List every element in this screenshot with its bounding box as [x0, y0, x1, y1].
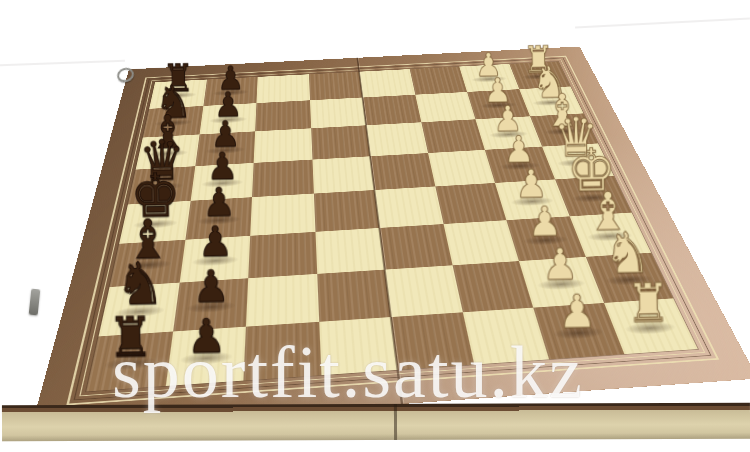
pawn-icon: ♟ — [187, 313, 227, 361]
square-b6[interactable] — [255, 100, 311, 131]
square-e3[interactable] — [435, 183, 506, 224]
square-b3[interactable] — [415, 92, 476, 123]
square-h6[interactable] — [243, 321, 320, 380]
square-g6[interactable] — [246, 274, 319, 326]
square-d6[interactable] — [252, 159, 313, 197]
square-h5[interactable] — [319, 317, 398, 376]
square-c5[interactable] — [311, 125, 370, 159]
square-b5[interactable] — [310, 97, 366, 128]
pawn-icon: ♟ — [193, 264, 231, 309]
pawn-icon: ♟ — [198, 221, 233, 263]
rook-icon: ♜ — [626, 277, 671, 331]
square-c4[interactable] — [366, 122, 428, 156]
photo-canvas: ♜♞♝♛♚♝♞♜♟♟♟♟♟♟♟♟♟♟♟♟♟♟♟♟♜♞♝♛♚♝♞♜ sportfi… — [0, 0, 750, 452]
square-f4[interactable] — [379, 224, 452, 270]
square-e5[interactable] — [313, 190, 379, 232]
square-d5[interactable] — [312, 156, 374, 194]
pawn-icon: ♟ — [527, 201, 562, 242]
square-c6[interactable] — [254, 128, 312, 162]
pawn-icon: ♟ — [541, 242, 578, 286]
square-a5[interactable] — [309, 72, 363, 100]
square-d3[interactable] — [428, 150, 495, 187]
pawn-icon: ♟ — [202, 182, 236, 222]
square-a3[interactable] — [409, 67, 467, 95]
square-g5[interactable] — [317, 270, 391, 322]
rook-icon: ♜ — [107, 310, 153, 365]
square-a6[interactable] — [256, 74, 309, 103]
square-e4[interactable] — [374, 186, 443, 227]
square-c3[interactable] — [421, 119, 485, 152]
board-tilt-wrapper: ♜♞♝♛♚♝♞♜♟♟♟♟♟♟♟♟♟♟♟♟♟♟♟♟♜♞♝♛♚♝♞♜ — [0, 0, 750, 452]
square-b4[interactable] — [362, 95, 421, 126]
square-h4[interactable] — [391, 312, 474, 370]
board-3d-scene: ♜♞♝♛♚♝♞♜♟♟♟♟♟♟♟♟♟♟♟♟♟♟♟♟♜♞♝♛♚♝♞♜ — [0, 0, 750, 452]
square-f6[interactable] — [248, 232, 317, 279]
square-f5[interactable] — [315, 228, 385, 274]
square-a4[interactable] — [359, 69, 415, 97]
square-e6[interactable] — [250, 194, 315, 236]
chess-board: ♜♞♝♛♚♝♞♜♟♟♟♟♟♟♟♟♟♟♟♟♟♟♟♟♜♞♝♛♚♝♞♜ — [30, 47, 750, 431]
square-g4[interactable] — [385, 265, 463, 316]
box-side-edge — [2, 403, 750, 442]
pawn-icon: ♟ — [557, 289, 596, 336]
square-d4[interactable] — [370, 153, 435, 190]
